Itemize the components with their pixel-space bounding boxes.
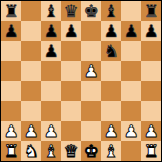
square-c3[interactable] [41, 101, 61, 121]
white-rook-a1[interactable]: ♜ [3, 141, 18, 161]
square-g4[interactable] [121, 81, 141, 101]
square-d7[interactable]: ♟ [61, 21, 81, 41]
black-pawn-d7[interactable]: ♟ [63, 21, 78, 41]
black-rook-h8[interactable]: ♜ [143, 1, 158, 21]
square-c1[interactable]: ♝ [41, 141, 61, 161]
black-king-e8[interactable]: ♚ [83, 1, 98, 21]
square-h3[interactable] [141, 101, 161, 121]
square-c8[interactable]: ♝ [41, 1, 61, 21]
square-a8[interactable]: ♜ [1, 1, 21, 21]
square-c2[interactable]: ♟ [41, 121, 61, 141]
square-f6[interactable]: ♞ [101, 41, 121, 61]
white-pawn-g2[interactable]: ♟ [123, 121, 138, 141]
white-knight-b1[interactable]: ♞ [23, 141, 38, 161]
square-e6[interactable] [81, 41, 101, 61]
square-b1[interactable]: ♞ [21, 141, 41, 161]
square-d3[interactable] [61, 101, 81, 121]
square-e2[interactable] [81, 121, 101, 141]
square-d1[interactable]: ♛ [61, 141, 81, 161]
square-f7[interactable]: ♟ [101, 21, 121, 41]
square-b6[interactable] [21, 41, 41, 61]
black-bishop-c8[interactable]: ♝ [43, 1, 58, 21]
square-f2[interactable]: ♟ [101, 121, 121, 141]
square-h5[interactable] [141, 61, 161, 81]
square-h2[interactable]: ♟ [141, 121, 161, 141]
square-e3[interactable] [81, 101, 101, 121]
white-pawn-h2[interactable]: ♟ [143, 121, 158, 141]
square-d8[interactable]: ♛ [61, 1, 81, 21]
square-f4[interactable] [101, 81, 121, 101]
white-pawn-f2[interactable]: ♟ [103, 121, 118, 141]
square-c5[interactable] [41, 61, 61, 81]
square-c4[interactable] [41, 81, 61, 101]
square-f1[interactable]: ♝ [101, 141, 121, 161]
black-rook-a8[interactable]: ♜ [3, 1, 18, 21]
black-bishop-f8[interactable]: ♝ [103, 1, 118, 21]
square-b3[interactable] [21, 101, 41, 121]
white-pawn-e5[interactable]: ♟ [83, 61, 98, 81]
square-a1[interactable]: ♜ [1, 141, 21, 161]
white-pawn-c2[interactable]: ♟ [43, 121, 58, 141]
square-c6[interactable]: ♟ [41, 41, 61, 61]
square-a6[interactable] [1, 41, 21, 61]
black-pawn-g7[interactable]: ♟ [123, 21, 138, 41]
square-f5[interactable] [101, 61, 121, 81]
square-g1[interactable] [121, 141, 141, 161]
square-a4[interactable] [1, 81, 21, 101]
white-bishop-c1[interactable]: ♝ [43, 141, 58, 161]
square-d5[interactable] [61, 61, 81, 81]
white-king-e1[interactable]: ♚ [83, 141, 98, 161]
black-pawn-h7[interactable]: ♟ [143, 21, 158, 41]
square-g5[interactable] [121, 61, 141, 81]
square-g6[interactable] [121, 41, 141, 61]
white-queen-d1[interactable]: ♛ [63, 141, 78, 161]
square-b4[interactable] [21, 81, 41, 101]
square-e5[interactable]: ♟ [81, 61, 101, 81]
square-b7[interactable] [21, 21, 41, 41]
square-e8[interactable]: ♚ [81, 1, 101, 21]
black-pawn-a7[interactable]: ♟ [3, 21, 18, 41]
square-a3[interactable] [1, 101, 21, 121]
square-h4[interactable] [141, 81, 161, 101]
white-bishop-f1[interactable]: ♝ [103, 141, 118, 161]
square-g8[interactable] [121, 1, 141, 21]
square-f8[interactable]: ♝ [101, 1, 121, 21]
square-b5[interactable] [21, 61, 41, 81]
square-d6[interactable] [61, 41, 81, 61]
square-g7[interactable]: ♟ [121, 21, 141, 41]
square-a7[interactable]: ♟ [1, 21, 21, 41]
square-e4[interactable] [81, 81, 101, 101]
square-d2[interactable] [61, 121, 81, 141]
chess-board: ♜♝♛♚♝♜♟♟♟♟♟♟♟♞♟♟♟♟♟♟♟♜♞♝♛♚♝♜ [0, 0, 162, 162]
white-pawn-a2[interactable]: ♟ [3, 121, 18, 141]
black-knight-f6[interactable]: ♞ [103, 41, 118, 61]
square-h1[interactable]: ♜ [141, 141, 161, 161]
black-pawn-c7[interactable]: ♟ [43, 21, 58, 41]
square-b2[interactable]: ♟ [21, 121, 41, 141]
square-h7[interactable]: ♟ [141, 21, 161, 41]
square-e1[interactable]: ♚ [81, 141, 101, 161]
square-g3[interactable] [121, 101, 141, 121]
square-h8[interactable]: ♜ [141, 1, 161, 21]
square-g2[interactable]: ♟ [121, 121, 141, 141]
square-f3[interactable] [101, 101, 121, 121]
square-a2[interactable]: ♟ [1, 121, 21, 141]
black-pawn-f7[interactable]: ♟ [103, 21, 118, 41]
black-pawn-c6[interactable]: ♟ [43, 41, 58, 61]
square-e7[interactable] [81, 21, 101, 41]
square-c7[interactable]: ♟ [41, 21, 61, 41]
square-b8[interactable] [21, 1, 41, 21]
white-pawn-b2[interactable]: ♟ [23, 121, 38, 141]
square-a5[interactable] [1, 61, 21, 81]
square-h6[interactable] [141, 41, 161, 61]
white-rook-h1[interactable]: ♜ [143, 141, 158, 161]
black-queen-d8[interactable]: ♛ [63, 1, 78, 21]
square-d4[interactable] [61, 81, 81, 101]
